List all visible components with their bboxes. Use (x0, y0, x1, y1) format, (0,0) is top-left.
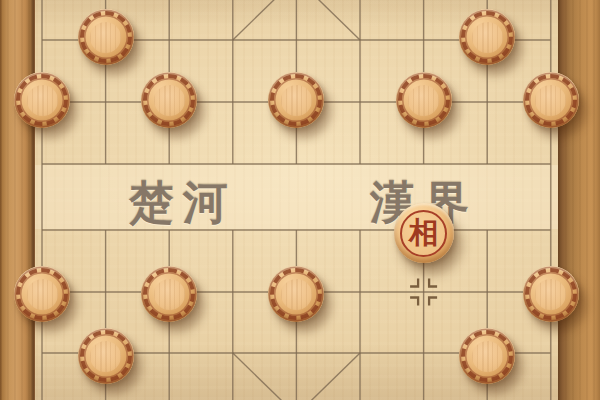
piece-core (281, 85, 312, 116)
pieces-layer: 相 (0, 0, 600, 400)
piece-pattern-ring (398, 74, 450, 126)
piece-facedown[interactable] (14, 266, 70, 322)
piece-pattern-ring (270, 74, 322, 126)
piece-facedown[interactable] (14, 72, 70, 128)
piece-core (27, 85, 58, 116)
piece-pattern-ring (16, 74, 68, 126)
piece-core (535, 85, 566, 116)
piece-core (154, 85, 185, 116)
piece-pattern-ring (143, 74, 195, 126)
piece-pattern-ring (80, 330, 132, 382)
piece-xiang-revealed[interactable]: 相 (394, 203, 454, 263)
piece-facedown[interactable] (459, 9, 515, 65)
piece-facedown[interactable] (78, 328, 134, 384)
piece-core (90, 22, 121, 53)
piece-face-ring: 相 (400, 210, 447, 257)
piece-character: 相 (409, 218, 439, 248)
piece-core (472, 22, 503, 53)
piece-facedown[interactable] (459, 328, 515, 384)
piece-pattern-ring (80, 11, 132, 63)
piece-pattern-ring (461, 330, 513, 382)
piece-facedown[interactable] (268, 266, 324, 322)
piece-pattern-ring (143, 268, 195, 320)
piece-core (408, 85, 439, 116)
piece-core (472, 341, 503, 372)
piece-facedown[interactable] (78, 9, 134, 65)
piece-facedown[interactable] (268, 72, 324, 128)
piece-core (154, 279, 185, 310)
piece-pattern-ring (525, 268, 577, 320)
xiangqi-board: 楚河 漢界 相 (0, 0, 600, 400)
piece-core (27, 279, 58, 310)
piece-pattern-ring (16, 268, 68, 320)
piece-core (281, 279, 312, 310)
piece-facedown[interactable] (396, 72, 452, 128)
piece-core (535, 279, 566, 310)
piece-core (90, 341, 121, 372)
piece-facedown[interactable] (523, 266, 579, 322)
piece-facedown[interactable] (141, 266, 197, 322)
piece-pattern-ring (525, 74, 577, 126)
piece-pattern-ring (270, 268, 322, 320)
piece-facedown[interactable] (523, 72, 579, 128)
piece-pattern-ring (461, 11, 513, 63)
piece-facedown[interactable] (141, 72, 197, 128)
